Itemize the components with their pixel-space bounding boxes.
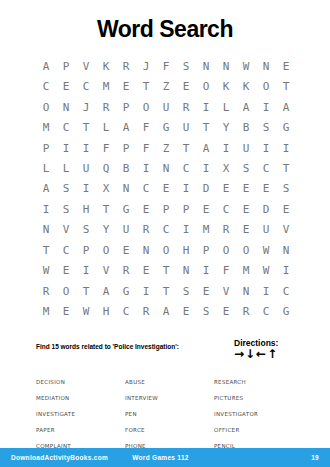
grid-cell: F (156, 56, 176, 76)
grid-cell: R (36, 281, 56, 301)
grid-cell: E (56, 76, 76, 96)
grid-cell: I (36, 199, 56, 219)
grid-cell: U (156, 97, 176, 117)
grid-cell: N (276, 240, 296, 260)
grid-cell: V (216, 281, 236, 301)
word-item: PAPER (36, 425, 125, 441)
grid-cell: T (196, 117, 216, 137)
grid-cell: A (276, 97, 296, 117)
grid-cell: I (276, 261, 296, 281)
grid-cell: Q (96, 158, 116, 178)
direction-arrows-icon: →↓←↑ (234, 348, 296, 360)
grid-cell: K (96, 56, 116, 76)
grid-cell: N (116, 179, 136, 199)
grid-cell: J (76, 97, 96, 117)
word-item: ABUSE (125, 377, 214, 393)
grid-cell: R (116, 261, 136, 281)
grid-cell: L (56, 158, 76, 178)
grid-cell: R (236, 302, 256, 322)
grid-cell: T (156, 261, 176, 281)
grid-cell: S (236, 158, 256, 178)
grid-cell: R (176, 97, 196, 117)
footer-page-number: 19 (311, 454, 319, 461)
grid-cell: C (76, 76, 96, 96)
grid-cell: C (256, 302, 276, 322)
grid-cell: I (176, 179, 196, 199)
grid-cell: T (96, 199, 116, 219)
word-item: PICTURES (214, 393, 304, 409)
grid-cell: L (216, 97, 236, 117)
grid-cell: M (96, 76, 116, 96)
grid-cell: A (36, 179, 56, 199)
word-item: DECISION (36, 377, 125, 393)
grid-cell: R (216, 220, 236, 240)
grid-cell: P (156, 199, 176, 219)
grid-cell: P (176, 199, 196, 219)
grid-cell: T (36, 240, 56, 260)
grid-cell: V (76, 56, 96, 76)
grid-cell: S (56, 179, 76, 199)
grid-cell: D (256, 199, 276, 219)
grid-cell: W (236, 56, 256, 76)
grid-cell: U (76, 158, 96, 178)
grid-cell: I (136, 158, 156, 178)
grid-cell: S (76, 220, 96, 240)
grid-cell: T (156, 281, 176, 301)
grid-cell: N (156, 158, 176, 178)
grid-cell: U (176, 117, 196, 137)
grid-cell: N (56, 97, 76, 117)
grid-cell: G (116, 281, 136, 301)
grid-cell: N (196, 56, 216, 76)
grid-cell: E (176, 302, 196, 322)
grid-cell: A (36, 56, 56, 76)
grid-cell: H (76, 199, 96, 219)
grid-cell: L (36, 158, 56, 178)
grid-cell: O (96, 240, 116, 260)
grid-cell: O (236, 240, 256, 260)
grid-cell: C (156, 220, 176, 240)
page-title: Word Search (0, 16, 330, 43)
footer-book-title: Word Games 112 (132, 454, 188, 461)
grid-cell: U (116, 220, 136, 240)
grid-cell: I (76, 261, 96, 281)
grid-cell: C (256, 158, 276, 178)
grid-cell: G (156, 117, 176, 137)
grid-cell: P (56, 56, 76, 76)
grid-cell: C (136, 179, 156, 199)
grid-cell: B (116, 158, 136, 178)
word-item: RESEARCH (214, 377, 304, 393)
grid-cell: G (276, 302, 296, 322)
grid-cell: C (116, 302, 136, 322)
grid-cell: P (116, 97, 136, 117)
grid-cell: I (216, 138, 236, 158)
grid-cell: K (236, 76, 256, 96)
grid-cell: Z (156, 76, 176, 96)
directions-block: Directions: →↓←↑ (234, 338, 296, 360)
grid-cell: E (276, 56, 296, 76)
grid-cell: A (156, 302, 176, 322)
grid-cell: O (36, 97, 56, 117)
find-words-instruction: Find 15 words related to 'Police Investi… (36, 338, 179, 350)
grid-cell: E (56, 261, 76, 281)
footer-bar: DownloadActivityBooks.com Word Games 112… (0, 448, 330, 467)
word-item: INVESTIGATE (36, 409, 125, 425)
grid-cell: E (116, 76, 136, 96)
grid-cell: X (96, 179, 116, 199)
grid-cell: P (116, 138, 136, 158)
word-item: INTERVIEW (125, 393, 214, 409)
grid-cell: E (56, 302, 76, 322)
grid-cell: F (96, 138, 116, 158)
grid-cell: O (56, 281, 76, 301)
grid-cell: E (136, 199, 156, 219)
grid-cell: N (136, 240, 156, 260)
grid-cell: P (36, 138, 56, 158)
grid-cell: T (76, 117, 96, 137)
grid-cell: G (276, 117, 296, 137)
grid-cell: R (136, 220, 156, 240)
grid-cell: N (36, 220, 56, 240)
grid-cell: R (116, 56, 136, 76)
grid-cell: C (216, 199, 236, 219)
grid-cell: F (136, 138, 156, 158)
grid-cell: J (136, 56, 156, 76)
grid-cell: T (276, 158, 296, 178)
grid-cell: I (136, 281, 156, 301)
grid-cell: S (196, 302, 216, 322)
grid-cell: C (176, 158, 196, 178)
grid-cell: S (176, 56, 196, 76)
grid-cell: E (256, 179, 276, 199)
grid-cell: I (256, 97, 276, 117)
grid-cell: P (76, 240, 96, 260)
word-list: DECISIONMEDIATIONINVESTIGATEPAPERCOMPLAI… (36, 377, 304, 457)
grid-cell: E (216, 179, 236, 199)
word-item: OFFICER (214, 425, 304, 441)
grid-cell: E (156, 179, 176, 199)
grid-cell: H (176, 240, 196, 260)
grid-cell: I (56, 138, 76, 158)
grid-cell: V (276, 220, 296, 240)
word-list-column: DECISIONMEDIATIONINVESTIGATEPAPERCOMPLAI… (36, 377, 125, 457)
grid-cell: S (256, 117, 276, 137)
grid-cell: I (196, 261, 216, 281)
grid-cell: C (56, 240, 76, 260)
grid-cell: A (116, 117, 136, 137)
grid-cell: I (256, 281, 276, 301)
footer-website: DownloadActivityBooks.com (11, 454, 108, 461)
grid-cell: C (56, 117, 76, 137)
grid-cell: O (136, 97, 156, 117)
grid-cell: F (216, 261, 236, 281)
grid-cell: X (216, 158, 236, 178)
grid-cell: Y (216, 117, 236, 137)
grid-cell: R (96, 97, 116, 117)
grid-cell: S (56, 199, 76, 219)
grid-cell: S (176, 281, 196, 301)
grid-cell: N (216, 56, 236, 76)
grid-cell: M (36, 302, 56, 322)
grid-cell: I (76, 179, 96, 199)
word-item: PEN (125, 409, 214, 425)
grid-cell: O (216, 240, 236, 260)
grid-cell: I (196, 97, 216, 117)
grid-cell: E (236, 199, 256, 219)
grid-cell: V (56, 220, 76, 240)
grid-cell: F (136, 117, 156, 137)
grid-cell: K (216, 76, 236, 96)
grid-cell: E (276, 199, 296, 219)
grid-cell: T (76, 281, 96, 301)
grid-cell: G (116, 199, 136, 219)
grid-cell: E (136, 261, 156, 281)
grid-cell: E (196, 281, 216, 301)
grid-cell: I (76, 138, 96, 158)
letter-grid: APVKRJFSNNWNECECMETZEOKKOTONJRPOURILAIAM… (36, 56, 296, 322)
grid-cell: H (96, 302, 116, 322)
word-list-column: ABUSEINTERVIEWPENFORCEPHONE (125, 377, 214, 457)
word-item: FORCE (125, 425, 214, 441)
grid-cell: P (196, 240, 216, 260)
grid-cell: O (256, 76, 276, 96)
grid-cell: C (36, 76, 56, 96)
word-item: MEDIATION (36, 393, 125, 409)
grid-cell: M (236, 261, 256, 281)
grid-cell: E (176, 76, 196, 96)
grid-cell: M (36, 117, 56, 137)
grid-cell: O (196, 76, 216, 96)
grid-cell: E (196, 199, 216, 219)
grid-cell: T (176, 138, 196, 158)
grid-cell: W (36, 261, 56, 281)
grid-cell: W (256, 261, 276, 281)
instruction-row: Find 15 words related to 'Police Investi… (36, 338, 296, 360)
grid-cell: T (136, 76, 156, 96)
grid-cell: N (256, 56, 276, 76)
grid-cell: E (236, 220, 256, 240)
grid-cell: A (236, 97, 256, 117)
grid-cell: A (96, 281, 116, 301)
grid-cell: C (276, 281, 296, 301)
grid-cell: Y (96, 220, 116, 240)
grid-cell: V (96, 261, 116, 281)
grid-cell: L (96, 117, 116, 137)
grid-cell: N (176, 261, 196, 281)
grid-cell: B (236, 117, 256, 137)
grid-cell: I (256, 138, 276, 158)
grid-cell: A (196, 138, 216, 158)
grid-cell: U (256, 220, 276, 240)
grid-cell: T (276, 76, 296, 96)
grid-cell: N (236, 281, 256, 301)
grid-cell: Z (156, 138, 176, 158)
grid-cell: I (176, 220, 196, 240)
grid-cell: E (116, 240, 136, 260)
grid-cell: I (276, 138, 296, 158)
word-list-column: RESEARCHPICTURESINVESTIGATOROFFICERPENCI… (214, 377, 304, 457)
grid-cell: W (76, 302, 96, 322)
puzzle-page: Word Search APVKRJFSNNWNECECMETZEOKKOTON… (0, 0, 330, 467)
grid-cell: E (216, 302, 236, 322)
grid-cell: W (256, 240, 276, 260)
grid-cell: U (236, 138, 256, 158)
grid-cell: D (196, 179, 216, 199)
grid-cell: E (236, 179, 256, 199)
word-item: INVESTIGATOR (214, 409, 304, 425)
grid-cell: S (276, 179, 296, 199)
grid-cell: I (196, 158, 216, 178)
grid-cell: M (196, 220, 216, 240)
grid-cell: R (136, 302, 156, 322)
grid-cell: O (156, 240, 176, 260)
